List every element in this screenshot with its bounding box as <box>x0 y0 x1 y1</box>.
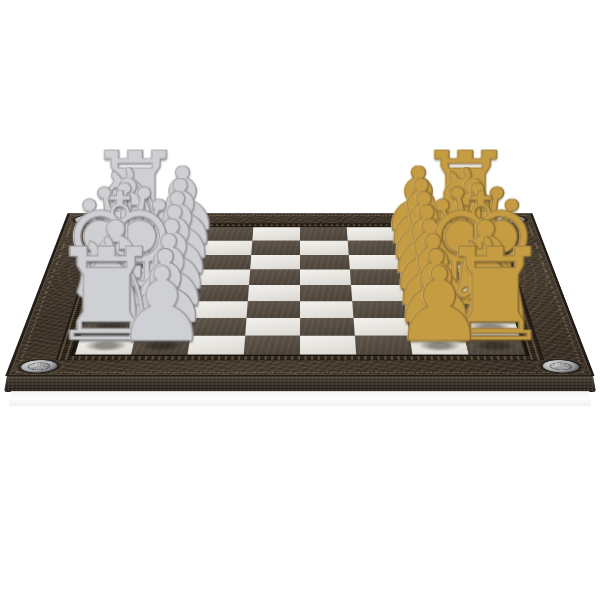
square-h2[interactable]: ♟ <box>131 336 190 355</box>
square-g4[interactable] <box>245 318 300 336</box>
piece-white-pawn-h2[interactable]: ♟ <box>115 264 208 345</box>
chess-board: ♜♟♟♜♞♟♟♞♝♟♟♝♛♟♟♛♚♟♟♚♝♟♟♝♞♟♟♞♜♟♟♜ <box>5 213 595 376</box>
square-h7[interactable]: ♟ <box>410 336 469 355</box>
square-h4[interactable] <box>244 336 300 355</box>
square-h5[interactable] <box>300 336 356 355</box>
board-white-base <box>9 391 591 406</box>
square-f4[interactable] <box>247 301 300 318</box>
square-g5[interactable] <box>300 318 355 336</box>
board-front-face <box>4 376 596 392</box>
product-photo-background: ♜♟♟♜♞♟♟♞♝♟♟♝♛♟♟♛♚♟♟♚♝♟♟♝♞♟♟♞♜♟♟♜ <box>0 0 600 600</box>
square-f5[interactable] <box>300 301 353 318</box>
chess-board-3d-wrapper: ♜♟♟♜♞♟♟♞♝♟♟♝♛♟♟♛♚♟♟♚♝♟♟♝♞♟♟♞♜♟♟♜ <box>40 25 560 545</box>
piece-black-pawn-h7[interactable]: ♟ <box>392 264 485 345</box>
